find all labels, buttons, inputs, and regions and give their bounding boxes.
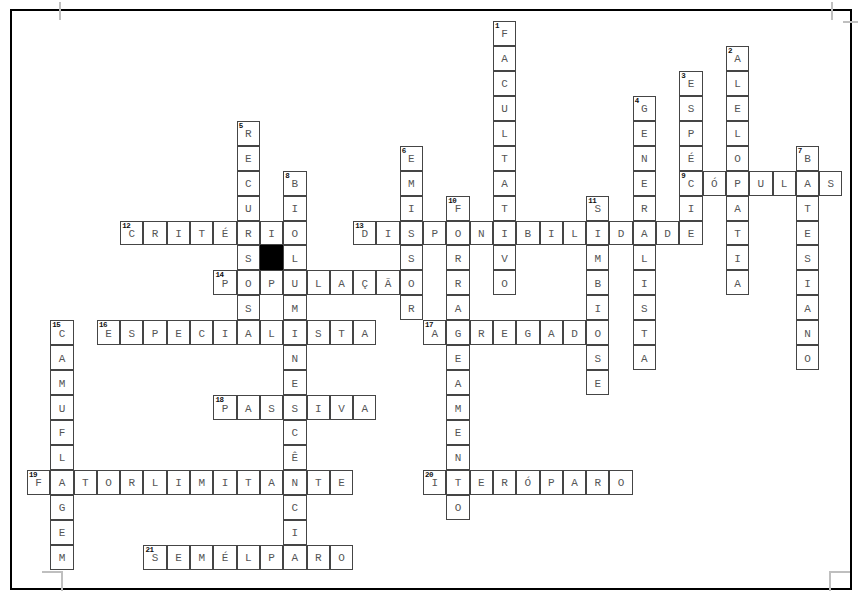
cell-r12c3[interactable]: 16E bbox=[97, 320, 120, 345]
cell-letter: G bbox=[59, 503, 66, 514]
cell-r14c24[interactable]: E bbox=[586, 370, 609, 395]
cell-letter: P bbox=[152, 329, 159, 340]
cell-r6c29[interactable]: Ó bbox=[703, 171, 726, 196]
clue-number-14: 14 bbox=[215, 271, 223, 279]
cell-letter: P bbox=[548, 478, 555, 489]
crossword-grid: 1FA2AC3ELU4GSE5RLEPLE6ETNÉO7BC8BMAE9CÓPU… bbox=[27, 21, 842, 570]
cell-r7c33[interactable]: T bbox=[796, 196, 819, 221]
cell-letter: É bbox=[222, 229, 229, 240]
cell-letter: B bbox=[804, 154, 811, 165]
cell-r5c9[interactable]: E bbox=[237, 146, 260, 171]
cell-r4c26[interactable]: E bbox=[633, 121, 656, 146]
cell-r8c7[interactable]: T bbox=[190, 221, 213, 246]
cell-letter: I bbox=[548, 229, 555, 240]
cell-letter: A bbox=[362, 329, 369, 340]
cell-letter: S bbox=[804, 254, 811, 265]
cell-r6c34[interactable]: S bbox=[819, 171, 842, 196]
cell-r12c6[interactable]: E bbox=[167, 320, 190, 345]
clue-number-3: 3 bbox=[681, 72, 685, 80]
cell-r15c9[interactable]: A bbox=[237, 395, 260, 420]
cell-r11c18[interactable]: A bbox=[446, 295, 469, 320]
cell-letter: O bbox=[338, 553, 345, 564]
cell-letter: S bbox=[315, 329, 322, 340]
cell-r18c23[interactable]: A bbox=[563, 470, 586, 495]
cell-letter: R bbox=[315, 553, 322, 564]
cell-letter: T bbox=[455, 478, 462, 489]
cell-letter: O bbox=[292, 229, 299, 240]
cell-r10c33[interactable]: I bbox=[796, 270, 819, 295]
cell-r16c18[interactable]: E bbox=[446, 420, 469, 445]
cell-r14c11[interactable]: E bbox=[283, 370, 306, 395]
cell-letter: U bbox=[501, 104, 508, 115]
cell-letter: B bbox=[525, 229, 532, 240]
cell-r5c28[interactable]: É bbox=[679, 146, 702, 171]
cell-letter: E bbox=[105, 329, 112, 340]
cell-r8c30[interactable]: T bbox=[726, 221, 749, 246]
cell-r15c1[interactable]: U bbox=[50, 395, 73, 420]
cell-r18c24[interactable]: R bbox=[586, 470, 609, 495]
cell-letter: D bbox=[571, 329, 578, 340]
cell-r16c1[interactable]: F bbox=[50, 420, 73, 445]
cell-letter: E bbox=[804, 229, 811, 240]
cell-r8c33[interactable]: E bbox=[796, 221, 819, 246]
cell-r10c24[interactable]: B bbox=[586, 270, 609, 295]
cell-letter: N bbox=[292, 478, 299, 489]
cell-letter: L bbox=[268, 329, 275, 340]
cell-letter: L bbox=[315, 279, 322, 290]
cell-r10c10[interactable]: P bbox=[260, 270, 283, 295]
cell-r21c11[interactable]: A bbox=[283, 545, 306, 570]
cell-r12c22[interactable]: A bbox=[540, 320, 563, 345]
cell-letter: A bbox=[734, 54, 741, 65]
cell-r18c9[interactable]: T bbox=[237, 470, 260, 495]
cell-r8c14[interactable]: 13D bbox=[353, 221, 376, 246]
cell-r19c1[interactable]: G bbox=[50, 495, 73, 520]
cell-letter: S bbox=[688, 104, 695, 115]
cell-r15c10[interactable]: S bbox=[260, 395, 283, 420]
cell-r18c8[interactable]: I bbox=[213, 470, 236, 495]
cell-r12c33[interactable]: N bbox=[796, 320, 819, 345]
cell-r19c18[interactable]: O bbox=[446, 495, 469, 520]
cell-r8c18[interactable]: O bbox=[446, 221, 469, 246]
cell-r10c30[interactable]: A bbox=[726, 270, 749, 295]
margin-corner-mark-bottom-right-vertical bbox=[829, 571, 831, 591]
cell-r5c20[interactable]: T bbox=[493, 146, 516, 171]
cell-letter: O bbox=[455, 229, 462, 240]
cell-r9c16[interactable]: S bbox=[400, 245, 423, 270]
cell-r15c8[interactable]: 18P bbox=[213, 395, 236, 420]
cell-letter: L bbox=[734, 79, 741, 90]
cell-r6c32[interactable]: L bbox=[773, 171, 796, 196]
cell-r18c4[interactable]: R bbox=[120, 470, 143, 495]
cell-letter: R bbox=[478, 329, 485, 340]
cell-letter: L bbox=[59, 453, 66, 464]
cell-r5c26[interactable]: N bbox=[633, 146, 656, 171]
cell-letter: E bbox=[175, 329, 182, 340]
cell-r12c20[interactable]: E bbox=[493, 320, 516, 345]
clue-number-12: 12 bbox=[122, 222, 130, 230]
cell-letter: Ó bbox=[525, 478, 532, 489]
cell-r12c14[interactable]: A bbox=[353, 320, 376, 345]
cell-r8c8[interactable]: É bbox=[213, 221, 236, 246]
cell-letter: A bbox=[804, 179, 811, 190]
cell-r18c3[interactable]: O bbox=[97, 470, 120, 495]
clue-number-9: 9 bbox=[681, 172, 685, 180]
cell-r8c11[interactable]: O bbox=[283, 221, 306, 246]
cell-letter: R bbox=[245, 129, 252, 140]
cell-r14c1[interactable]: M bbox=[50, 370, 73, 395]
cell-letter: T bbox=[641, 329, 648, 340]
cell-letter: C bbox=[129, 229, 136, 240]
margin-corner-mark-bottom-right-horizontal bbox=[829, 571, 850, 573]
cell-letter: R bbox=[152, 229, 159, 240]
cell-r10c26[interactable]: I bbox=[633, 270, 656, 295]
cell-r10c8[interactable]: 14P bbox=[213, 270, 236, 295]
cell-r12c21[interactable]: G bbox=[516, 320, 539, 345]
cell-r21c10[interactable]: P bbox=[260, 545, 283, 570]
cell-r1c30[interactable]: 2A bbox=[726, 46, 749, 71]
cell-r18c20[interactable]: R bbox=[493, 470, 516, 495]
cell-letter: D bbox=[362, 229, 369, 240]
cell-letter: E bbox=[501, 329, 508, 340]
cell-letter: A bbox=[804, 304, 811, 315]
cell-r10c9[interactable]: O bbox=[237, 270, 260, 295]
cell-letter: O bbox=[618, 478, 625, 489]
cell-letter: L bbox=[501, 129, 508, 140]
cell-letter: Ã bbox=[385, 279, 392, 290]
cell-letter: M bbox=[59, 379, 66, 390]
cell-r11c16[interactable]: R bbox=[400, 295, 423, 320]
cell-r12c24[interactable]: O bbox=[586, 320, 609, 345]
cell-r18c5[interactable]: L bbox=[143, 470, 166, 495]
cell-r12c9[interactable]: A bbox=[237, 320, 260, 345]
cell-letter: R bbox=[501, 478, 508, 489]
cell-letter: R bbox=[245, 229, 252, 240]
cell-letter: A bbox=[338, 279, 345, 290]
cell-r9c20[interactable]: V bbox=[493, 245, 516, 270]
cell-r12c13[interactable]: T bbox=[330, 320, 353, 345]
cell-r13c1[interactable]: A bbox=[50, 345, 73, 370]
cell-r8c10[interactable]: I bbox=[260, 221, 283, 246]
cell-r5c30[interactable]: O bbox=[726, 146, 749, 171]
cell-r9c9[interactable]: S bbox=[237, 245, 260, 270]
cell-r18c10[interactable]: A bbox=[260, 470, 283, 495]
cell-r18c13[interactable]: E bbox=[330, 470, 353, 495]
cell-r18c18[interactable]: T bbox=[446, 470, 469, 495]
cell-letter: G bbox=[525, 329, 532, 340]
cell-letter: U bbox=[59, 404, 66, 415]
cell-r6c30[interactable]: P bbox=[726, 171, 749, 196]
cell-letter: Ê bbox=[292, 453, 299, 464]
cell-r8c28[interactable]: E bbox=[679, 221, 702, 246]
cell-r7c16[interactable]: I bbox=[400, 196, 423, 221]
cell-r8c17[interactable]: P bbox=[423, 221, 446, 246]
cell-letter: M bbox=[594, 254, 601, 265]
cell-r10c20[interactable]: O bbox=[493, 270, 516, 295]
cell-r21c1[interactable]: M bbox=[50, 545, 73, 570]
cell-letter: A bbox=[501, 179, 508, 190]
cell-r12c26[interactable]: T bbox=[633, 320, 656, 345]
cell-letter: E bbox=[641, 129, 648, 140]
cell-r18c17[interactable]: 20I bbox=[423, 470, 446, 495]
cell-r10c14[interactable]: Ç bbox=[353, 270, 376, 295]
cell-r7c30[interactable]: A bbox=[726, 196, 749, 221]
cell-r3c28[interactable]: S bbox=[679, 96, 702, 121]
cell-letter: O bbox=[501, 279, 508, 290]
cell-r8c21[interactable]: B bbox=[516, 221, 539, 246]
cell-r7c11[interactable]: I bbox=[283, 196, 306, 221]
cell-r2c30[interactable]: L bbox=[726, 71, 749, 96]
cell-r1c20[interactable]: A bbox=[493, 46, 516, 71]
cell-letter: T bbox=[245, 478, 252, 489]
cell-r15c18[interactable]: M bbox=[446, 395, 469, 420]
cell-r15c14[interactable]: A bbox=[353, 395, 376, 420]
cell-r8c9[interactable]: R bbox=[237, 221, 260, 246]
cell-letter: E bbox=[734, 104, 741, 115]
cell-letter: N bbox=[292, 354, 299, 365]
cell-r8c24[interactable]: I bbox=[586, 221, 609, 246]
cell-letter: L bbox=[571, 229, 578, 240]
cell-r18c21[interactable]: Ó bbox=[516, 470, 539, 495]
cell-r8c5[interactable]: R bbox=[143, 221, 166, 246]
cell-r9c18[interactable]: R bbox=[446, 245, 469, 270]
cell-r7c24[interactable]: 11S bbox=[586, 196, 609, 221]
cell-letter: I bbox=[222, 329, 229, 340]
cell-r17c18[interactable]: N bbox=[446, 445, 469, 470]
clue-number-11: 11 bbox=[588, 197, 596, 205]
cell-r8c22[interactable]: I bbox=[540, 221, 563, 246]
cell-r12c10[interactable]: L bbox=[260, 320, 283, 345]
cell-r18c11[interactable]: N bbox=[283, 470, 306, 495]
cell-r8c15[interactable]: I bbox=[376, 221, 399, 246]
cell-r12c23[interactable]: D bbox=[563, 320, 586, 345]
cell-r12c8[interactable]: I bbox=[213, 320, 236, 345]
cell-r8c19[interactable]: N bbox=[470, 221, 493, 246]
cell-r9c11[interactable]: L bbox=[283, 245, 306, 270]
cell-r18c19[interactable]: E bbox=[470, 470, 493, 495]
cell-r10c13[interactable]: A bbox=[330, 270, 353, 295]
cell-r13c11[interactable]: N bbox=[283, 345, 306, 370]
cell-r21c8[interactable]: É bbox=[213, 545, 236, 570]
cell-r15c11[interactable]: S bbox=[283, 395, 306, 420]
cell-r12c18[interactable]: G bbox=[446, 320, 469, 345]
cell-r21c13[interactable]: O bbox=[330, 545, 353, 570]
cell-r21c6[interactable]: E bbox=[167, 545, 190, 570]
cell-r18c25[interactable]: O bbox=[609, 470, 632, 495]
cell-letter: T bbox=[315, 478, 322, 489]
cell-letter: F bbox=[455, 204, 462, 215]
cell-letter: E bbox=[688, 229, 695, 240]
cell-r2c20[interactable]: C bbox=[493, 71, 516, 96]
cell-r17c1[interactable]: L bbox=[50, 445, 73, 470]
cell-letter: A bbox=[548, 329, 555, 340]
cell-r11c9[interactable]: S bbox=[237, 295, 260, 320]
cell-letter: I bbox=[688, 204, 695, 215]
cell-letter: I bbox=[594, 229, 601, 240]
cell-r10c16[interactable]: O bbox=[400, 270, 423, 295]
cell-letter: I bbox=[804, 279, 811, 290]
cell-r18c6[interactable]: I bbox=[167, 470, 190, 495]
cell-r12c7[interactable]: C bbox=[190, 320, 213, 345]
cell-letter: P bbox=[268, 279, 275, 290]
cell-letter: E bbox=[478, 478, 485, 489]
cell-letter: E bbox=[408, 154, 415, 165]
cell-r9c33[interactable]: S bbox=[796, 245, 819, 270]
cell-letter: C bbox=[245, 179, 252, 190]
cell-r15c12[interactable]: I bbox=[307, 395, 330, 420]
cell-r4c9[interactable]: 5R bbox=[237, 121, 260, 146]
cell-r13c18[interactable]: E bbox=[446, 345, 469, 370]
cell-r6c20[interactable]: A bbox=[493, 171, 516, 196]
cell-letter: T bbox=[198, 229, 205, 240]
cell-r2c28[interactable]: 3E bbox=[679, 71, 702, 96]
cell-letter: N bbox=[478, 229, 485, 240]
cell-r21c7[interactable]: M bbox=[190, 545, 213, 570]
cell-r12c1[interactable]: 15C bbox=[50, 320, 73, 345]
cell-r21c12[interactable]: R bbox=[307, 545, 330, 570]
cell-letter: R bbox=[129, 478, 136, 489]
cell-r8c25[interactable]: D bbox=[609, 221, 632, 246]
cell-letter: L bbox=[734, 129, 741, 140]
cell-r6c31[interactable]: U bbox=[749, 171, 772, 196]
cell-r21c9[interactable]: L bbox=[237, 545, 260, 570]
cell-letter: L bbox=[152, 478, 159, 489]
cell-r5c16[interactable]: 6E bbox=[400, 146, 423, 171]
cell-letter: B bbox=[292, 179, 299, 190]
cell-letter: P bbox=[431, 229, 438, 240]
cell-letter: I bbox=[385, 229, 392, 240]
cell-r14c18[interactable]: A bbox=[446, 370, 469, 395]
cell-letter: R bbox=[455, 279, 462, 290]
cell-r20c1[interactable]: E bbox=[50, 520, 73, 545]
cell-r18c0[interactable]: 19F bbox=[27, 470, 50, 495]
cell-letter: I bbox=[315, 404, 322, 415]
cell-r12c17[interactable]: 17A bbox=[423, 320, 446, 345]
cell-r5c33[interactable]: 7B bbox=[796, 146, 819, 171]
cell-r10c12[interactable]: L bbox=[307, 270, 330, 295]
clue-number-4: 4 bbox=[635, 97, 639, 105]
cell-r3c30[interactable]: E bbox=[726, 96, 749, 121]
cell-r13c24[interactable]: S bbox=[586, 345, 609, 370]
cell-r10c15[interactable]: Ã bbox=[376, 270, 399, 295]
margin-corner-mark-top-right-horizontal bbox=[843, 21, 858, 23]
cell-letter: É bbox=[222, 553, 229, 564]
cell-r10c11[interactable]: U bbox=[283, 270, 306, 295]
cell-r18c2[interactable]: T bbox=[74, 470, 97, 495]
cell-r8c23[interactable]: L bbox=[563, 221, 586, 246]
cell-r8c27[interactable]: D bbox=[656, 221, 679, 246]
cell-r18c12[interactable]: T bbox=[307, 470, 330, 495]
cell-r12c4[interactable]: S bbox=[120, 320, 143, 345]
cell-r6c33[interactable]: A bbox=[796, 171, 819, 196]
cell-r18c22[interactable]: P bbox=[540, 470, 563, 495]
cell-letter: F bbox=[501, 29, 508, 40]
cell-letter: O bbox=[105, 478, 112, 489]
cell-letter: L bbox=[641, 254, 648, 265]
cell-r7c28[interactable]: I bbox=[679, 196, 702, 221]
cell-letter: D bbox=[664, 229, 671, 240]
cell-letter: M bbox=[198, 553, 205, 564]
cell-letter: N bbox=[455, 453, 462, 464]
cell-r13c33[interactable]: O bbox=[796, 345, 819, 370]
cell-r6c26[interactable]: E bbox=[633, 171, 656, 196]
cell-r11c26[interactable]: S bbox=[633, 295, 656, 320]
cell-r6c11[interactable]: 8B bbox=[283, 171, 306, 196]
cell-r6c9[interactable]: C bbox=[237, 171, 260, 196]
cell-letter: I bbox=[292, 528, 299, 539]
cell-r12c5[interactable]: P bbox=[143, 320, 166, 345]
cell-r12c19[interactable]: R bbox=[470, 320, 493, 345]
cell-r7c26[interactable]: R bbox=[633, 196, 656, 221]
cell-letter: S bbox=[245, 254, 252, 265]
cell-r8c6[interactable]: I bbox=[167, 221, 190, 246]
cell-letter: O bbox=[804, 354, 811, 365]
cell-r8c20[interactable]: I bbox=[493, 221, 516, 246]
cell-r4c30[interactable]: L bbox=[726, 121, 749, 146]
margin-corner-mark-top-left bbox=[59, 2, 61, 20]
cell-r13c26[interactable]: A bbox=[633, 345, 656, 370]
cell-r18c7[interactable]: M bbox=[190, 470, 213, 495]
cell-r21c5[interactable]: 21S bbox=[143, 545, 166, 570]
cell-r15c13[interactable]: V bbox=[330, 395, 353, 420]
cell-letter: P bbox=[222, 404, 229, 415]
cell-r17c11[interactable]: Ê bbox=[283, 445, 306, 470]
cell-r6c16[interactable]: M bbox=[400, 171, 423, 196]
cell-letter: Ó bbox=[711, 179, 718, 190]
cell-r7c20[interactable]: T bbox=[493, 196, 516, 221]
cell-r11c11[interactable]: M bbox=[283, 295, 306, 320]
cell-r18c1[interactable]: A bbox=[50, 470, 73, 495]
cell-r3c20[interactable]: U bbox=[493, 96, 516, 121]
cell-r6c28[interactable]: 9C bbox=[679, 171, 702, 196]
cell-letter: T bbox=[82, 478, 89, 489]
cell-r0c20[interactable]: 1F bbox=[493, 21, 516, 46]
cell-r7c9[interactable]: U bbox=[237, 196, 260, 221]
cell-r9c24[interactable]: M bbox=[586, 245, 609, 270]
cell-r8c4[interactable]: 12C bbox=[120, 221, 143, 246]
cell-r12c12[interactable]: S bbox=[307, 320, 330, 345]
cell-r16c11[interactable]: C bbox=[283, 420, 306, 445]
cell-r7c18[interactable]: 10F bbox=[446, 196, 469, 221]
cell-letter: E bbox=[594, 379, 601, 390]
cell-letter: E bbox=[338, 478, 345, 489]
cell-letter: A bbox=[734, 279, 741, 290]
clue-number-2: 2 bbox=[728, 47, 732, 55]
clue-number-21: 21 bbox=[145, 546, 153, 554]
clue-number-15: 15 bbox=[52, 321, 60, 329]
cell-r9c26[interactable]: L bbox=[633, 245, 656, 270]
cell-r11c33[interactable]: A bbox=[796, 295, 819, 320]
cell-r4c28[interactable]: P bbox=[679, 121, 702, 146]
cell-letter: E bbox=[175, 553, 182, 564]
cell-r12c11[interactable]: I bbox=[283, 320, 306, 345]
cell-letter: P bbox=[268, 553, 275, 564]
cell-r9c30[interactable]: I bbox=[726, 245, 749, 270]
clue-number-8: 8 bbox=[285, 172, 289, 180]
cell-r11c24[interactable]: I bbox=[586, 295, 609, 320]
cell-r19c11[interactable]: C bbox=[283, 495, 306, 520]
cell-letter: O bbox=[245, 279, 252, 290]
cell-r10c18[interactable]: R bbox=[446, 270, 469, 295]
cell-letter: C bbox=[292, 428, 299, 439]
cell-r8c26[interactable]: A bbox=[633, 221, 656, 246]
cell-r3c26[interactable]: 4G bbox=[633, 96, 656, 121]
cell-r4c20[interactable]: L bbox=[493, 121, 516, 146]
cell-letter: F bbox=[35, 478, 42, 489]
cell-r20c11[interactable]: I bbox=[283, 520, 306, 545]
cell-letter: S bbox=[408, 254, 415, 265]
cell-r8c16[interactable]: S bbox=[400, 221, 423, 246]
